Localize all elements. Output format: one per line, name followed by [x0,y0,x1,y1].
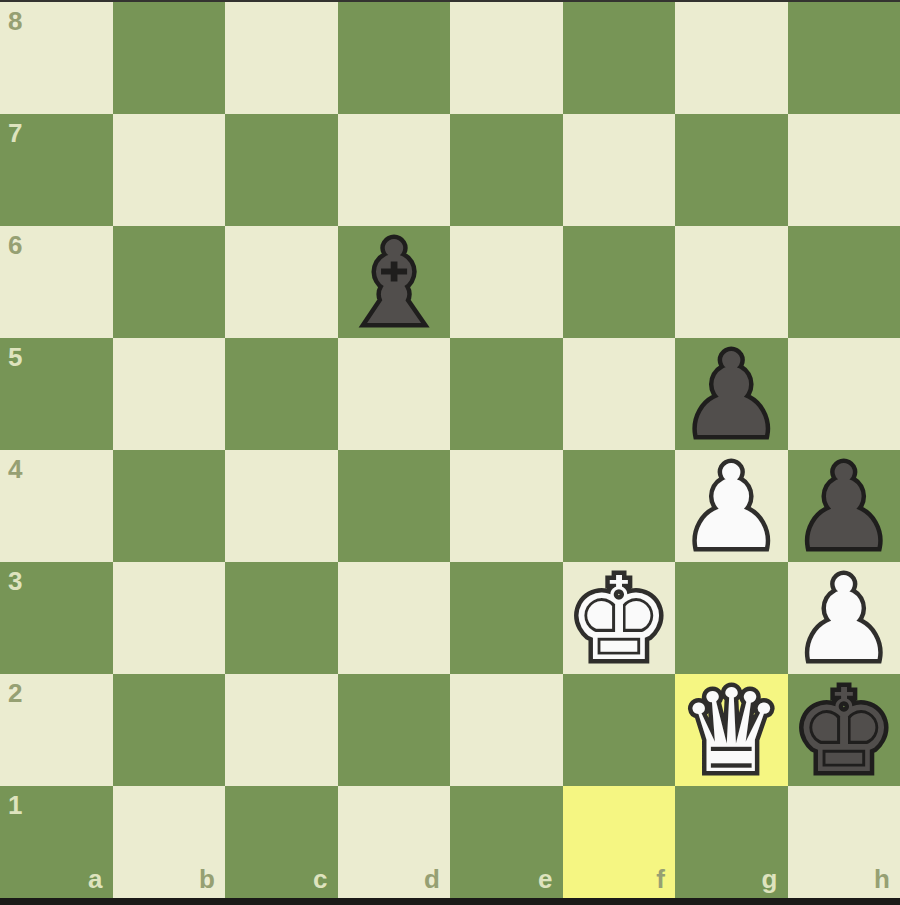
square-a5[interactable]: 5 [0,338,113,450]
black-pawn-icon: ♟ [792,450,895,565]
square-d2[interactable] [338,674,451,786]
square-d6[interactable]: ♝♝ [338,226,451,338]
black-pawn-icon: ♟ [680,338,783,453]
square-g1[interactable]: g [675,786,788,898]
square-g8[interactable] [675,2,788,114]
square-b8[interactable] [113,2,226,114]
square-c8[interactable] [225,2,338,114]
square-f2[interactable] [563,674,676,786]
square-f4[interactable] [563,450,676,562]
rank-label-4: 4 [8,456,22,482]
file-label-c: c [313,866,327,892]
chess-app-page: 876♝♝5♟♟4♟♟♟♟3♚♚♟♟2♛♛♚♚1abcdefgh [0,0,900,905]
square-b5[interactable] [113,338,226,450]
square-d5[interactable] [338,338,451,450]
rank-label-8: 8 [8,8,22,34]
square-a8[interactable]: 8 [0,2,113,114]
file-label-h: h [874,866,890,892]
square-h1[interactable]: h [788,786,900,898]
square-g5[interactable]: ♟♟ [675,338,788,450]
square-g3[interactable] [675,562,788,674]
file-label-g: g [762,866,778,892]
black-pawn[interactable]: ♟♟ [675,338,788,450]
rank-label-1: 1 [8,792,22,818]
square-c4[interactable] [225,450,338,562]
square-d4[interactable] [338,450,451,562]
square-e3[interactable] [450,562,563,674]
square-c3[interactable] [225,562,338,674]
square-c2[interactable] [225,674,338,786]
square-h8[interactable] [788,2,900,114]
square-a6[interactable]: 6 [0,226,113,338]
rank-label-2: 2 [8,680,22,706]
black-king-icon: ♚ [792,674,895,789]
square-h3[interactable]: ♟♟ [788,562,900,674]
square-g2[interactable]: ♛♛ [675,674,788,786]
file-label-f: f [656,866,665,892]
white-pawn-icon: ♟ [792,562,895,677]
square-g6[interactable] [675,226,788,338]
square-d3[interactable] [338,562,451,674]
square-f7[interactable] [563,114,676,226]
square-f1[interactable]: f [563,786,676,898]
white-king-icon: ♚ [567,562,670,677]
square-f5[interactable] [563,338,676,450]
square-b1[interactable]: b [113,786,226,898]
square-h4[interactable]: ♟♟ [788,450,900,562]
square-e1[interactable]: e [450,786,563,898]
file-label-b: b [199,866,215,892]
square-e4[interactable] [450,450,563,562]
rank-label-7: 7 [8,120,22,146]
square-b2[interactable] [113,674,226,786]
square-c7[interactable] [225,114,338,226]
white-queen[interactable]: ♛♛ [675,674,788,786]
square-f8[interactable] [563,2,676,114]
square-g4[interactable]: ♟♟ [675,450,788,562]
square-d1[interactable]: d [338,786,451,898]
square-h5[interactable] [788,338,900,450]
file-label-e: e [538,866,552,892]
square-h2[interactable]: ♚♚ [788,674,900,786]
square-a1[interactable]: 1a [0,786,113,898]
app-bottom-bar [0,898,900,905]
square-h7[interactable] [788,114,900,226]
rank-label-5: 5 [8,344,22,370]
square-b7[interactable] [113,114,226,226]
square-c5[interactable] [225,338,338,450]
rank-label-3: 3 [8,568,22,594]
square-e2[interactable] [450,674,563,786]
white-pawn-icon: ♟ [680,450,783,565]
square-b3[interactable] [113,562,226,674]
square-a7[interactable]: 7 [0,114,113,226]
white-king[interactable]: ♚♚ [563,562,676,674]
white-pawn[interactable]: ♟♟ [788,562,900,674]
square-e5[interactable] [450,338,563,450]
white-pawn[interactable]: ♟♟ [675,450,788,562]
black-pawn[interactable]: ♟♟ [788,450,900,562]
square-b6[interactable] [113,226,226,338]
file-label-d: d [424,866,440,892]
square-e6[interactable] [450,226,563,338]
chess-board[interactable]: 876♝♝5♟♟4♟♟♟♟3♚♚♟♟2♛♛♚♚1abcdefgh [0,2,900,898]
rank-label-6: 6 [8,232,22,258]
white-queen-icon: ♛ [680,674,783,789]
square-a2[interactable]: 2 [0,674,113,786]
square-d8[interactable] [338,2,451,114]
square-f6[interactable] [563,226,676,338]
black-king[interactable]: ♚♚ [788,674,900,786]
square-c1[interactable]: c [225,786,338,898]
square-g7[interactable] [675,114,788,226]
square-a3[interactable]: 3 [0,562,113,674]
black-bishop[interactable]: ♝♝ [338,226,451,338]
square-b4[interactable] [113,450,226,562]
square-e8[interactable] [450,2,563,114]
square-h6[interactable] [788,226,900,338]
square-c6[interactable] [225,226,338,338]
square-a4[interactable]: 4 [0,450,113,562]
square-d7[interactable] [338,114,451,226]
black-bishop-icon: ♝ [342,226,445,341]
file-label-a: a [88,866,102,892]
square-e7[interactable] [450,114,563,226]
square-f3[interactable]: ♚♚ [563,562,676,674]
